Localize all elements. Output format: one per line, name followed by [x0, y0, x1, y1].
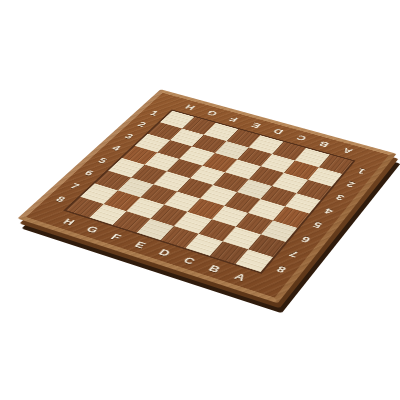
board-grid	[66, 111, 353, 272]
chessboard: HGFEDCBA HGFEDCBA 12345678 12345678	[17, 89, 396, 303]
product-photo-stage: HGFEDCBA HGFEDCBA 12345678 12345678	[0, 0, 400, 400]
